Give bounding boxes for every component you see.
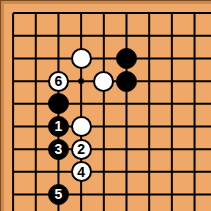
stone-grid: 613245 (2, 2, 206, 206)
board-edge-band-left (1, 1, 4, 211)
white-stone (71, 116, 92, 137)
black-stone-move-3: 3 (48, 139, 69, 160)
black-stone (116, 71, 137, 92)
black-stone-move-1: 1 (48, 116, 69, 137)
white-stone (93, 71, 114, 92)
white-stone (71, 48, 92, 69)
board-edge-band-top (1, 1, 211, 4)
black-stone (116, 48, 137, 69)
black-stone-move-5: 5 (48, 184, 69, 205)
white-stone-move-4: 4 (71, 161, 92, 182)
go-board: 613245 (0, 0, 211, 211)
white-stone-move-6: 6 (48, 71, 69, 92)
white-stone-move-2: 2 (71, 139, 92, 160)
black-stone (48, 93, 69, 114)
